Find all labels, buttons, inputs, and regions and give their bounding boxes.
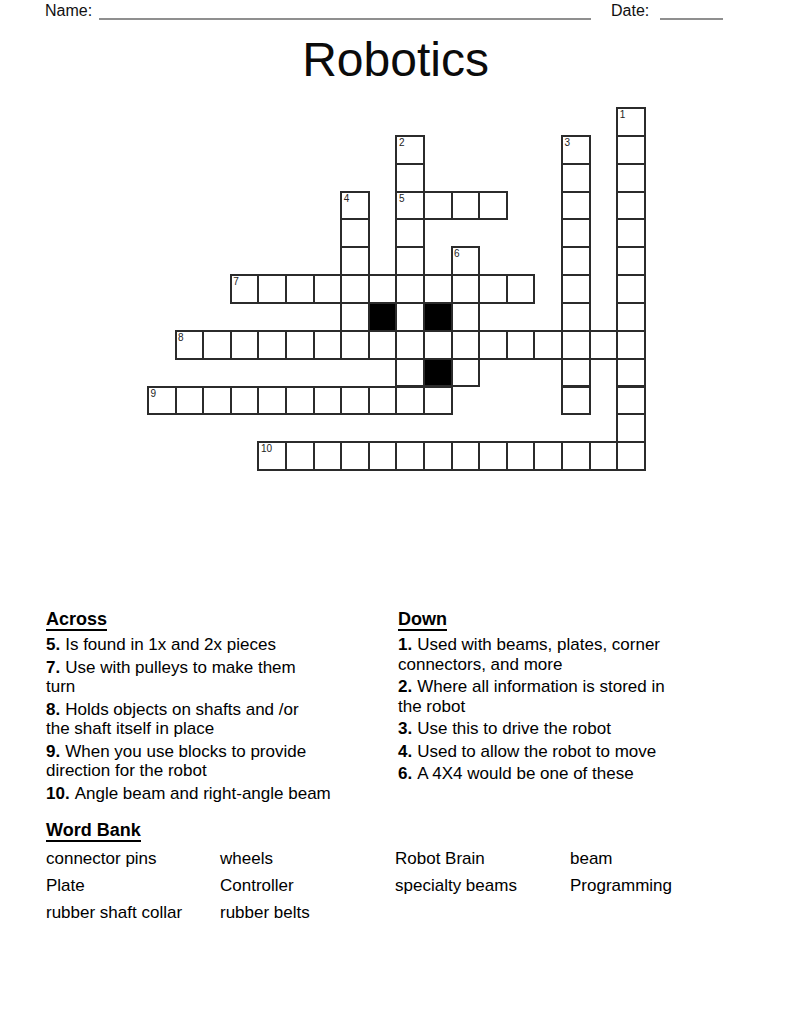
grid-cell[interactable] (451, 302, 481, 332)
clue-number: 7. (46, 658, 60, 677)
clue-text: Where all information is stored in the r… (398, 677, 665, 716)
grid-cell[interactable] (202, 330, 232, 360)
grid-cell[interactable] (533, 330, 563, 360)
word-bank-item: beam (570, 845, 756, 872)
grid-cell[interactable] (395, 386, 425, 416)
grid-cell[interactable] (423, 191, 453, 221)
grid-cell[interactable] (561, 218, 591, 248)
word-bank-item: Robot Brain (395, 845, 570, 872)
grid-cell[interactable] (451, 191, 481, 221)
grid-cell[interactable] (616, 218, 646, 248)
grid-cell[interactable] (561, 358, 591, 388)
clue-text: Used with beams, plates, corner connecto… (398, 635, 660, 674)
grid-cell[interactable] (533, 441, 563, 471)
grid-cell[interactable] (561, 386, 591, 416)
clue-across-9: 9.When you use blocks to provide directi… (46, 742, 396, 781)
clue-down-2: 2.Where all information is stored in the… (398, 677, 778, 716)
word-bank-heading: Word Bank (46, 820, 141, 842)
grid-cell[interactable] (423, 274, 453, 304)
grid-cell[interactable] (368, 330, 398, 360)
name-label: Name: (45, 2, 92, 20)
grid-cell[interactable] (313, 386, 343, 416)
grid-cell[interactable] (561, 191, 591, 221)
black-cell (423, 302, 453, 332)
clue-number: 4. (398, 742, 412, 761)
word-bank-item: connector pins (46, 845, 220, 872)
grid-cell[interactable] (616, 191, 646, 221)
cell-number-5: 5 (399, 194, 405, 204)
name-blank-line (99, 1, 591, 20)
clue-number: 1. (398, 635, 412, 654)
grid-cell[interactable] (478, 191, 508, 221)
cell-number-8: 8 (178, 333, 184, 343)
word-bank: connector pins wheels Robot Brain beam P… (46, 845, 776, 926)
black-cell (368, 302, 398, 332)
grid-cell[interactable] (395, 274, 425, 304)
grid-cell[interactable] (616, 358, 646, 388)
clue-down-1: 1.Used with beams, plates, corner connec… (398, 635, 778, 674)
down-clues: Down 1.Used with beams, plates, corner c… (398, 609, 778, 787)
grid-cell[interactable] (285, 274, 315, 304)
clue-text: Holds objects on shafts and /or the shaf… (46, 700, 299, 739)
word-bank-heading-row: Word Bank (46, 820, 141, 840)
grid-cell[interactable] (340, 246, 370, 276)
grid-cell[interactable] (395, 246, 425, 276)
date-label: Date: (611, 2, 649, 20)
word-bank-item: Controller (220, 872, 395, 899)
grid-cell[interactable] (506, 441, 536, 471)
clue-down-3: 3.Use this to drive the robot (398, 719, 778, 739)
grid-cell[interactable] (340, 218, 370, 248)
grid-cell[interactable] (561, 163, 591, 193)
grid-cell[interactable] (368, 441, 398, 471)
grid-cell[interactable] (395, 330, 425, 360)
across-clues: Across 5.Is found in 1x and 2x pieces 7.… (46, 609, 396, 806)
grid-cell[interactable] (257, 330, 287, 360)
grid-cell[interactable] (506, 274, 536, 304)
grid-cell[interactable] (313, 330, 343, 360)
grid-cell[interactable] (368, 386, 398, 416)
clue-text: When you use blocks to provide direction… (46, 742, 306, 781)
grid-cell[interactable] (202, 386, 232, 416)
grid-cell[interactable] (395, 302, 425, 332)
grid-cell[interactable] (561, 302, 591, 332)
grid-cell[interactable] (285, 386, 315, 416)
clue-text: A 4X4 would be one of these (417, 764, 633, 783)
grid-cell[interactable] (257, 386, 287, 416)
grid-cell[interactable] (616, 135, 646, 165)
clue-text: Use this to drive the robot (417, 719, 611, 738)
cell-number-3: 3 (565, 138, 571, 148)
grid-cell[interactable] (451, 274, 481, 304)
clue-down-6: 6.A 4X4 would be one of these (398, 764, 778, 784)
down-heading-row: Down (398, 609, 778, 629)
word-bank-item: wheels (220, 845, 395, 872)
clue-number: 2. (398, 677, 412, 696)
grid-cell[interactable] (175, 386, 205, 416)
grid-cell[interactable] (340, 330, 370, 360)
grid-cell[interactable] (285, 441, 315, 471)
grid-cell[interactable] (616, 386, 646, 416)
grid-cell[interactable] (506, 330, 536, 360)
clue-text: Angle beam and right-angle beam (75, 784, 331, 803)
grid-cell[interactable] (451, 358, 481, 388)
grid-cell[interactable] (257, 274, 287, 304)
word-bank-item: rubber belts (220, 899, 395, 926)
date-blank-line (660, 1, 723, 20)
grid-cell[interactable] (423, 441, 453, 471)
grid-cell[interactable] (423, 386, 453, 416)
grid-cell[interactable] (451, 441, 481, 471)
grid-cell[interactable] (589, 330, 619, 360)
cell-number-7: 7 (233, 277, 239, 287)
grid-cell[interactable] (561, 330, 591, 360)
grid-cell[interactable] (340, 274, 370, 304)
grid-cell[interactable] (561, 274, 591, 304)
grid-cell[interactable] (478, 274, 508, 304)
grid-cell[interactable] (561, 441, 591, 471)
clue-across-5: 5.Is found in 1x and 2x pieces (46, 635, 396, 655)
cell-number-9: 9 (151, 389, 157, 399)
grid-cell[interactable] (423, 330, 453, 360)
grid-cell[interactable] (478, 330, 508, 360)
grid-cell[interactable] (616, 441, 646, 471)
grid-cell[interactable] (313, 441, 343, 471)
grid-cell[interactable] (230, 330, 260, 360)
grid-cell[interactable] (395, 163, 425, 193)
word-bank-item: Programming (570, 872, 756, 899)
grid-cell[interactable] (285, 330, 315, 360)
black-cell (423, 358, 453, 388)
grid-cell[interactable] (395, 358, 425, 388)
clue-across-7: 7.Use with pulleys to make them turn (46, 658, 396, 697)
clue-number: 6. (398, 764, 412, 783)
clue-across-10: 10.Angle beam and right-angle beam (46, 784, 396, 804)
cell-number-6: 6 (454, 249, 460, 259)
word-bank-item: Plate (46, 872, 220, 899)
grid-cell[interactable] (340, 386, 370, 416)
grid-cell[interactable] (616, 274, 646, 304)
grid-cell[interactable] (561, 246, 591, 276)
puzzle-title: Robotics (0, 36, 791, 84)
grid-cell[interactable] (368, 274, 398, 304)
grid-cell[interactable] (340, 302, 370, 332)
clue-down-4: 4.Used to allow the robot to move (398, 742, 778, 762)
across-heading-row: Across (46, 609, 396, 629)
clue-number: 10. (46, 784, 70, 803)
word-bank-item (570, 899, 756, 926)
word-bank-item: specialty beams (395, 872, 570, 899)
cell-number-10: 10 (261, 444, 272, 454)
cell-number-1: 1 (620, 110, 626, 120)
grid-cell[interactable] (395, 218, 425, 248)
grid-cell[interactable] (616, 302, 646, 332)
word-bank-item (395, 899, 570, 926)
word-bank-item: rubber shaft collar (46, 899, 220, 926)
grid-cell[interactable] (616, 413, 646, 443)
grid-cell[interactable] (395, 441, 425, 471)
worksheet-page: { "game": "crossword", "header": { "name… (0, 0, 791, 1024)
down-heading: Down (398, 609, 447, 631)
clue-text: Used to allow the robot to move (417, 742, 656, 761)
grid-cell[interactable] (451, 330, 481, 360)
cell-number-2: 2 (399, 138, 405, 148)
clue-across-8: 8.Holds objects on shafts and /or the sh… (46, 700, 396, 739)
grid-cell[interactable] (340, 441, 370, 471)
grid-cell[interactable] (230, 386, 260, 416)
clue-number: 9. (46, 742, 60, 761)
grid-cell[interactable] (589, 441, 619, 471)
clue-text: Is found in 1x and 2x pieces (65, 635, 276, 654)
grid-cell[interactable] (616, 246, 646, 276)
across-heading: Across (46, 609, 107, 631)
clue-number: 5. (46, 635, 60, 654)
grid-cell[interactable] (616, 330, 646, 360)
cell-number-4: 4 (344, 194, 350, 204)
grid-cell[interactable] (478, 441, 508, 471)
grid-cell[interactable] (313, 274, 343, 304)
grid-cell[interactable] (616, 163, 646, 193)
crossword-grid: 12345678910 (147, 107, 646, 471)
clue-number: 8. (46, 700, 60, 719)
clue-number: 3. (398, 719, 412, 738)
clue-text: Use with pulleys to make them turn (46, 658, 296, 697)
